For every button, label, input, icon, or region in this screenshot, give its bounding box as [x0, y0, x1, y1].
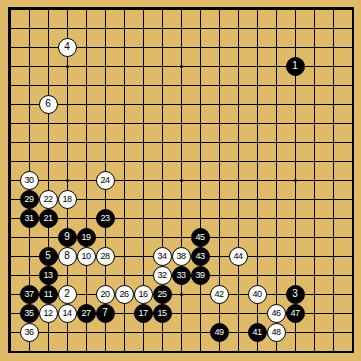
stone-black-11: 11 — [39, 285, 58, 304]
stone-white-38: 38 — [172, 247, 191, 266]
stone-black-31: 31 — [20, 209, 39, 228]
stone-white-36: 36 — [20, 323, 39, 342]
stone-black-21: 21 — [39, 209, 58, 228]
stone-white-8: 8 — [58, 247, 77, 266]
grid-vline — [352, 9, 353, 352]
go-board: 4163024292218312123919455810283438434413… — [0, 0, 361, 361]
grid-vline — [276, 9, 277, 352]
stone-black-37: 37 — [20, 285, 39, 304]
stone-white-32: 32 — [153, 266, 172, 285]
stone-black-39: 39 — [191, 266, 210, 285]
stone-white-4: 4 — [58, 38, 77, 57]
grid-vline — [314, 9, 315, 352]
stone-black-41: 41 — [248, 323, 267, 342]
stone-black-29: 29 — [20, 190, 39, 209]
star-point — [180, 179, 183, 182]
grid-hline — [10, 218, 353, 219]
stone-white-12: 12 — [39, 304, 58, 323]
stone-white-30: 30 — [20, 171, 39, 190]
stone-white-20: 20 — [96, 285, 115, 304]
stone-white-34: 34 — [153, 247, 172, 266]
stone-black-25: 25 — [153, 285, 172, 304]
star-point — [66, 179, 69, 182]
star-point — [66, 65, 69, 68]
stone-black-49: 49 — [210, 323, 229, 342]
stone-white-48: 48 — [267, 323, 286, 342]
stone-white-2: 2 — [58, 285, 77, 304]
stone-white-44: 44 — [229, 247, 248, 266]
stone-black-1: 1 — [286, 57, 305, 76]
stone-black-19: 19 — [77, 228, 96, 247]
grid-vline — [200, 9, 201, 352]
stone-black-7: 7 — [96, 304, 115, 323]
star-point — [294, 179, 297, 182]
stone-white-14: 14 — [58, 304, 77, 323]
stone-white-18: 18 — [58, 190, 77, 209]
grid-hline — [10, 332, 353, 333]
stone-black-23: 23 — [96, 209, 115, 228]
stone-white-46: 46 — [267, 304, 286, 323]
stone-black-27: 27 — [77, 304, 96, 323]
grid-vline — [333, 9, 334, 352]
star-point — [180, 65, 183, 68]
stone-white-40: 40 — [248, 285, 267, 304]
stone-white-24: 24 — [96, 171, 115, 190]
stone-white-6: 6 — [39, 95, 58, 114]
stone-black-17: 17 — [134, 304, 153, 323]
stone-white-26: 26 — [115, 285, 134, 304]
stone-white-42: 42 — [210, 285, 229, 304]
stone-black-13: 13 — [39, 266, 58, 285]
stone-white-10: 10 — [77, 247, 96, 266]
stone-black-5: 5 — [39, 247, 58, 266]
stone-black-3: 3 — [286, 285, 305, 304]
grid-vline — [238, 9, 239, 352]
stone-white-16: 16 — [134, 285, 153, 304]
stone-white-22: 22 — [39, 190, 58, 209]
stone-black-35: 35 — [20, 304, 39, 323]
stone-black-45: 45 — [191, 228, 210, 247]
stone-black-33: 33 — [172, 266, 191, 285]
stone-black-47: 47 — [286, 304, 305, 323]
stone-black-43: 43 — [191, 247, 210, 266]
star-point — [180, 293, 183, 296]
stone-white-28: 28 — [96, 247, 115, 266]
stone-black-15: 15 — [153, 304, 172, 323]
stone-black-9: 9 — [58, 228, 77, 247]
grid-hline — [10, 351, 353, 352]
